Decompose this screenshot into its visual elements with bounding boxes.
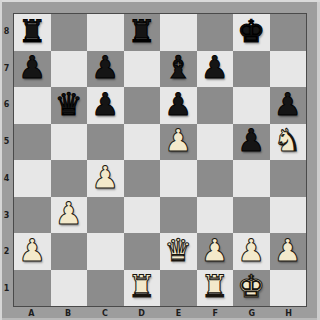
square-a3[interactable]: [14, 197, 51, 234]
square-d4[interactable]: [124, 160, 161, 197]
board: ♜♜♚♟♟♝♟♛♟♟♟♟♟♞♟♟♟♛♟♟♟♜♜♚: [13, 13, 307, 307]
white-rook-d1: ♜: [128, 271, 156, 302]
black-pawn-g5: ♟: [237, 125, 265, 156]
file-labels: ABCDEFGH: [13, 307, 307, 319]
square-f3[interactable]: [197, 197, 234, 234]
white-pawn-g2: ♟: [237, 235, 265, 266]
file-label-g: G: [234, 307, 271, 319]
square-h4[interactable]: [270, 160, 307, 197]
rank-label-1: 1: [0, 270, 13, 307]
black-queen-b6: ♛: [55, 89, 83, 120]
square-f2[interactable]: ♟: [197, 233, 234, 270]
square-f6[interactable]: [197, 87, 234, 124]
black-bishop-e7: ♝: [164, 52, 192, 83]
file-label-f: F: [197, 307, 234, 319]
square-h7[interactable]: [270, 51, 307, 88]
white-pawn-b3: ♟: [55, 198, 83, 229]
square-b5[interactable]: [51, 124, 88, 161]
square-g6[interactable]: [233, 87, 270, 124]
square-f1[interactable]: ♜: [197, 270, 234, 307]
file-label-b: B: [50, 307, 87, 319]
square-a1[interactable]: [14, 270, 51, 307]
file-label-h: H: [270, 307, 307, 319]
square-h8[interactable]: [270, 14, 307, 51]
square-h6[interactable]: ♟: [270, 87, 307, 124]
square-c6[interactable]: ♟: [87, 87, 124, 124]
square-b7[interactable]: [51, 51, 88, 88]
rank-label-3: 3: [0, 197, 13, 234]
chess-diagram-frame: 87654321 ♜♜♚♟♟♝♟♛♟♟♟♟♟♞♟♟♟♛♟♟♟♜♜♚ ABCDEF…: [0, 0, 320, 320]
white-pawn-h2: ♟: [274, 235, 302, 266]
black-rook-d8: ♜: [128, 16, 156, 47]
black-king-g8: ♚: [237, 16, 265, 47]
black-pawn-h6: ♟: [274, 89, 302, 120]
square-b2[interactable]: [51, 233, 88, 270]
square-b3[interactable]: ♟: [51, 197, 88, 234]
white-king-g1: ♚: [237, 271, 265, 302]
file-label-e: E: [160, 307, 197, 319]
square-e2[interactable]: ♛: [160, 233, 197, 270]
black-pawn-e6: ♟: [164, 89, 192, 120]
square-e4[interactable]: [160, 160, 197, 197]
square-b8[interactable]: [51, 14, 88, 51]
square-e3[interactable]: [160, 197, 197, 234]
file-label-d: D: [123, 307, 160, 319]
square-h5[interactable]: ♞: [270, 124, 307, 161]
black-pawn-f7: ♟: [201, 52, 229, 83]
square-d2[interactable]: [124, 233, 161, 270]
square-d1[interactable]: ♜: [124, 270, 161, 307]
square-f8[interactable]: [197, 14, 234, 51]
square-c5[interactable]: [87, 124, 124, 161]
square-a2[interactable]: ♟: [14, 233, 51, 270]
square-e1[interactable]: [160, 270, 197, 307]
black-rook-a8: ♜: [18, 16, 46, 47]
square-e5[interactable]: ♟: [160, 124, 197, 161]
black-pawn-a7: ♟: [18, 52, 46, 83]
square-h3[interactable]: [270, 197, 307, 234]
white-queen-e2: ♛: [164, 235, 192, 266]
rank-label-2: 2: [0, 234, 13, 271]
square-a7[interactable]: ♟: [14, 51, 51, 88]
white-pawn-c4: ♟: [91, 162, 119, 193]
square-d7[interactable]: [124, 51, 161, 88]
square-g8[interactable]: ♚: [233, 14, 270, 51]
square-c4[interactable]: ♟: [87, 160, 124, 197]
square-f4[interactable]: [197, 160, 234, 197]
square-c8[interactable]: [87, 14, 124, 51]
square-h2[interactable]: ♟: [270, 233, 307, 270]
square-f7[interactable]: ♟: [197, 51, 234, 88]
square-g5[interactable]: ♟: [233, 124, 270, 161]
rank-label-7: 7: [0, 50, 13, 87]
rank-label-4: 4: [0, 160, 13, 197]
white-pawn-a2: ♟: [18, 235, 46, 266]
square-d8[interactable]: ♜: [124, 14, 161, 51]
black-pawn-c7: ♟: [91, 52, 119, 83]
white-pawn-f2: ♟: [201, 235, 229, 266]
square-d6[interactable]: [124, 87, 161, 124]
white-pawn-e5: ♟: [164, 125, 192, 156]
square-a5[interactable]: [14, 124, 51, 161]
square-g7[interactable]: [233, 51, 270, 88]
file-label-a: A: [13, 307, 50, 319]
black-pawn-c6: ♟: [91, 89, 119, 120]
square-a6[interactable]: [14, 87, 51, 124]
rank-labels: 87654321: [0, 13, 13, 307]
rank-label-6: 6: [0, 87, 13, 124]
square-c1[interactable]: [87, 270, 124, 307]
square-d5[interactable]: [124, 124, 161, 161]
square-c7[interactable]: ♟: [87, 51, 124, 88]
square-g2[interactable]: ♟: [233, 233, 270, 270]
square-g1[interactable]: ♚: [233, 270, 270, 307]
square-c3[interactable]: [87, 197, 124, 234]
square-e8[interactable]: [160, 14, 197, 51]
square-a4[interactable]: [14, 160, 51, 197]
square-b6[interactable]: ♛: [51, 87, 88, 124]
square-b4[interactable]: [51, 160, 88, 197]
square-e7[interactable]: ♝: [160, 51, 197, 88]
square-h1[interactable]: [270, 270, 307, 307]
square-b1[interactable]: [51, 270, 88, 307]
square-g3[interactable]: [233, 197, 270, 234]
rank-label-5: 5: [0, 123, 13, 160]
white-rook-f1: ♜: [201, 271, 229, 302]
file-label-c: C: [87, 307, 124, 319]
square-a8[interactable]: ♜: [14, 14, 51, 51]
rank-label-8: 8: [0, 13, 13, 50]
square-e6[interactable]: ♟: [160, 87, 197, 124]
square-d3[interactable]: [124, 197, 161, 234]
square-c2[interactable]: [87, 233, 124, 270]
square-f5[interactable]: [197, 124, 234, 161]
white-knight-h5: ♞: [274, 125, 302, 156]
square-g4[interactable]: [233, 160, 270, 197]
